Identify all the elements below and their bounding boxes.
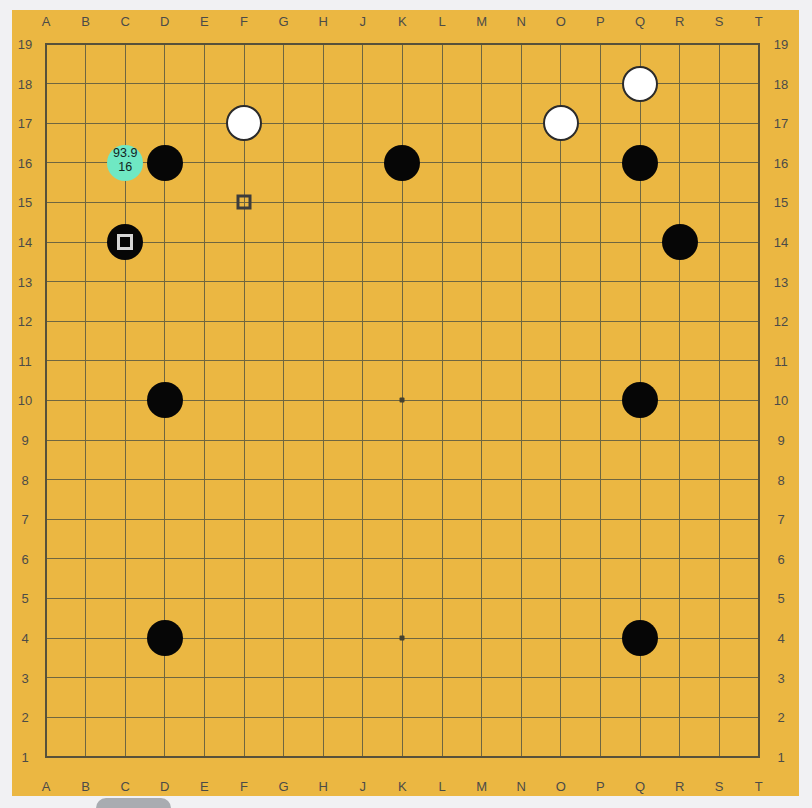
coord-label-top-E: E xyxy=(200,14,209,29)
coord-label-top-B: B xyxy=(81,14,90,29)
star-point-K10 xyxy=(400,398,405,403)
coord-label-bottom-A: A xyxy=(42,779,51,794)
coord-label-right-12: 12 xyxy=(774,314,788,329)
coord-label-top-Q: Q xyxy=(635,14,645,29)
coord-label-top-N: N xyxy=(516,14,525,29)
coord-label-left-13: 13 xyxy=(18,274,32,289)
coord-label-left-11: 11 xyxy=(18,353,32,368)
coord-label-right-5: 5 xyxy=(777,591,784,606)
coord-label-left-9: 9 xyxy=(21,433,28,448)
coord-label-bottom-L: L xyxy=(438,779,445,794)
coord-label-bottom-O: O xyxy=(556,779,566,794)
star-point-K4 xyxy=(400,636,405,641)
ai-suggestion[interactable]: 93.9 16 xyxy=(107,145,143,181)
suggestion-visits: 16 xyxy=(118,161,132,175)
coord-label-right-13: 13 xyxy=(774,274,788,289)
black-stone-D4 xyxy=(147,620,183,656)
black-stone-Q10 xyxy=(622,382,658,418)
coord-label-right-3: 3 xyxy=(777,670,784,685)
coord-label-left-15: 15 xyxy=(18,195,32,210)
coord-label-right-11: 11 xyxy=(774,353,788,368)
coord-label-top-M: M xyxy=(476,14,487,29)
coord-label-top-P: P xyxy=(596,14,605,29)
coord-label-left-1: 1 xyxy=(21,749,28,764)
coord-label-top-R: R xyxy=(675,14,684,29)
go-board[interactable]: AABBCCDDEEFFGGHHJJKKLLMMNNOOPPQQRRSSTT19… xyxy=(12,10,799,796)
black-stone-Q16 xyxy=(622,145,658,181)
coord-label-bottom-H: H xyxy=(318,779,327,794)
coord-label-bottom-T: T xyxy=(755,779,763,794)
coord-label-top-T: T xyxy=(755,14,763,29)
coord-label-right-2: 2 xyxy=(777,710,784,725)
coord-label-left-6: 6 xyxy=(21,551,28,566)
bottom-sheet-handle[interactable] xyxy=(96,798,171,808)
coord-label-bottom-M: M xyxy=(476,779,487,794)
black-stone-R14 xyxy=(662,224,698,260)
coord-label-top-J: J xyxy=(360,14,367,29)
square-marker-F15 xyxy=(237,195,252,210)
coord-label-top-H: H xyxy=(318,14,327,29)
coord-label-bottom-S: S xyxy=(715,779,724,794)
coord-label-top-O: O xyxy=(556,14,566,29)
coord-label-left-2: 2 xyxy=(21,710,28,725)
coord-label-top-D: D xyxy=(160,14,169,29)
black-stone-Q4 xyxy=(622,620,658,656)
coord-label-right-9: 9 xyxy=(777,433,784,448)
white-stone-F17 xyxy=(226,105,262,141)
coord-label-bottom-Q: Q xyxy=(635,779,645,794)
square-marker-C14 xyxy=(117,234,133,250)
coord-label-left-10: 10 xyxy=(18,393,32,408)
coord-label-left-12: 12 xyxy=(18,314,32,329)
coord-label-top-K: K xyxy=(398,14,407,29)
coord-label-right-17: 17 xyxy=(774,116,788,131)
coord-label-bottom-F: F xyxy=(240,779,248,794)
coord-label-top-L: L xyxy=(438,14,445,29)
coord-label-bottom-G: G xyxy=(279,779,289,794)
ai-suggestion-text: 93.9 16 xyxy=(113,147,137,174)
coord-label-bottom-B: B xyxy=(81,779,90,794)
coord-label-left-4: 4 xyxy=(21,631,28,646)
coord-label-bottom-R: R xyxy=(675,779,684,794)
white-stone-O17 xyxy=(543,105,579,141)
coord-label-right-1: 1 xyxy=(777,749,784,764)
coord-label-top-A: A xyxy=(42,14,51,29)
coord-label-right-14: 14 xyxy=(774,235,788,250)
coord-label-right-7: 7 xyxy=(777,512,784,527)
coord-label-left-16: 16 xyxy=(18,155,32,170)
coord-label-right-6: 6 xyxy=(777,551,784,566)
suggestion-winrate: 93.9 xyxy=(113,147,137,161)
coord-label-bottom-J: J xyxy=(360,779,367,794)
coord-label-top-F: F xyxy=(240,14,248,29)
coord-label-right-16: 16 xyxy=(774,155,788,170)
coord-label-left-14: 14 xyxy=(18,235,32,250)
coord-label-left-3: 3 xyxy=(21,670,28,685)
black-stone-K16 xyxy=(384,145,420,181)
coord-label-bottom-P: P xyxy=(596,779,605,794)
coord-label-right-18: 18 xyxy=(774,76,788,91)
coord-label-bottom-N: N xyxy=(516,779,525,794)
coord-label-right-10: 10 xyxy=(774,393,788,408)
coord-label-right-4: 4 xyxy=(777,631,784,646)
coord-label-bottom-K: K xyxy=(398,779,407,794)
coord-label-top-C: C xyxy=(120,14,129,29)
coord-label-bottom-C: C xyxy=(120,779,129,794)
coord-label-right-19: 19 xyxy=(774,37,788,52)
black-stone-D16 xyxy=(147,145,183,181)
coord-label-left-5: 5 xyxy=(21,591,28,606)
coord-label-left-8: 8 xyxy=(21,472,28,487)
coord-label-bottom-E: E xyxy=(200,779,209,794)
coord-label-top-G: G xyxy=(279,14,289,29)
white-stone-Q18 xyxy=(622,66,658,102)
coord-label-right-8: 8 xyxy=(777,472,784,487)
coord-label-left-7: 7 xyxy=(21,512,28,527)
coord-label-right-15: 15 xyxy=(774,195,788,210)
coord-label-left-18: 18 xyxy=(18,76,32,91)
coord-label-top-S: S xyxy=(715,14,724,29)
black-stone-D10 xyxy=(147,382,183,418)
coord-label-left-19: 19 xyxy=(18,37,32,52)
coord-label-bottom-D: D xyxy=(160,779,169,794)
coord-label-left-17: 17 xyxy=(18,116,32,131)
